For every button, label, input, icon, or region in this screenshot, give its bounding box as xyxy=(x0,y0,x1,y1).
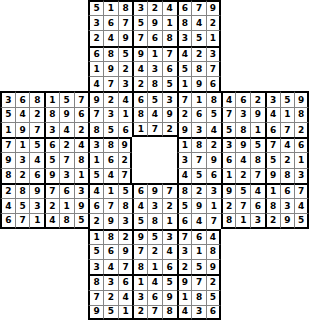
void-space xyxy=(74,15,89,30)
cell-r15c12[interactable]: 1 xyxy=(162,213,177,228)
cell-r9c5[interactable]: 4 xyxy=(59,122,74,137)
cell-r12c20[interactable]: 8 xyxy=(280,168,295,183)
cell-r8c18[interactable]: 9 xyxy=(250,107,265,122)
cell-r7c1[interactable]: 3 xyxy=(0,91,15,106)
cell-r13c11[interactable]: 9 xyxy=(147,183,162,198)
cell-r21c10[interactable]: 2 xyxy=(132,305,147,320)
cell-r14c12[interactable]: 2 xyxy=(162,198,177,213)
void-space xyxy=(221,290,236,305)
cell-r7c10[interactable]: 6 xyxy=(132,91,147,106)
cell-r11c13[interactable]: 3 xyxy=(177,152,192,167)
cell-r7c11[interactable]: 5 xyxy=(147,91,162,106)
cell-r20c10[interactable]: 3 xyxy=(132,290,147,305)
cell-r20c7[interactable]: 7 xyxy=(88,290,103,305)
cell-r10c20[interactable]: 4 xyxy=(280,137,295,152)
cell-r19c15[interactable]: 2 xyxy=(206,274,221,289)
cell-r1c15[interactable]: 9 xyxy=(206,0,221,15)
cell-r10c17[interactable]: 9 xyxy=(235,137,250,152)
void-space xyxy=(250,305,265,320)
cell-r18c7[interactable]: 3 xyxy=(88,259,103,274)
cell-r14c3[interactable]: 3 xyxy=(29,198,44,213)
cell-r7c8[interactable]: 2 xyxy=(103,91,118,106)
cell-r16c8[interactable]: 8 xyxy=(103,229,118,244)
cell-r8c13[interactable]: 2 xyxy=(177,107,192,122)
cell-r7c14[interactable]: 1 xyxy=(191,91,206,106)
cell-r5c15[interactable]: 7 xyxy=(206,61,221,76)
cell-r1c7[interactable]: 5 xyxy=(88,0,103,15)
cell-r2c8[interactable]: 6 xyxy=(103,15,118,30)
cell-r12c13[interactable]: 4 xyxy=(177,168,192,183)
cell-r7c12[interactable]: 3 xyxy=(162,91,177,106)
cell-r16c11[interactable]: 5 xyxy=(147,229,162,244)
cell-r21c13[interactable]: 4 xyxy=(177,305,192,320)
cell-r2c10[interactable]: 5 xyxy=(132,15,147,30)
cell-r10c7[interactable]: 3 xyxy=(88,137,103,152)
void-space xyxy=(59,30,74,45)
cell-r21c8[interactable]: 5 xyxy=(103,305,118,320)
cell-r9c9[interactable]: 6 xyxy=(118,122,133,137)
cell-r11c2[interactable]: 3 xyxy=(15,152,30,167)
cell-r14c18[interactable]: 6 xyxy=(250,198,265,213)
cell-r12c1[interactable]: 8 xyxy=(0,168,15,183)
cell-r18c13[interactable]: 2 xyxy=(177,259,192,274)
cell-r8c14[interactable]: 6 xyxy=(191,107,206,122)
cell-r11c6[interactable]: 8 xyxy=(74,152,89,167)
cell-r7c21[interactable]: 9 xyxy=(294,91,309,106)
cell-r11c1[interactable]: 9 xyxy=(0,152,15,167)
cell-r9c6[interactable]: 2 xyxy=(74,122,89,137)
cell-r14c16[interactable]: 2 xyxy=(221,198,236,213)
cell-r17c10[interactable]: 7 xyxy=(132,244,147,259)
cell-r9c14[interactable]: 3 xyxy=(191,122,206,137)
cell-r15c11[interactable]: 8 xyxy=(147,213,162,228)
cell-r15c20[interactable]: 9 xyxy=(280,213,295,228)
cell-r9c15[interactable]: 4 xyxy=(206,122,221,137)
cell-r6c14[interactable]: 9 xyxy=(191,76,206,91)
cell-r3c12[interactable]: 8 xyxy=(162,30,177,45)
cell-r7c6[interactable]: 7 xyxy=(74,91,89,106)
cell-r15c2[interactable]: 7 xyxy=(15,213,30,228)
cell-r9c13[interactable]: 9 xyxy=(177,122,192,137)
cell-r10c14[interactable]: 8 xyxy=(191,137,206,152)
cell-r18c12[interactable]: 6 xyxy=(162,259,177,274)
cell-r9c16[interactable]: 5 xyxy=(221,122,236,137)
cell-r6c13[interactable]: 1 xyxy=(177,76,192,91)
cell-r16c13[interactable]: 7 xyxy=(177,229,192,244)
cell-r11c15[interactable]: 9 xyxy=(206,152,221,167)
cell-r19c10[interactable]: 1 xyxy=(132,274,147,289)
cell-r3c9[interactable]: 9 xyxy=(118,30,133,45)
cell-r13c1[interactable]: 2 xyxy=(0,183,15,198)
cell-r21c12[interactable]: 8 xyxy=(162,305,177,320)
cell-r2c7[interactable]: 3 xyxy=(88,15,103,30)
cell-r11c9[interactable]: 2 xyxy=(118,152,133,167)
cell-r5c10[interactable]: 4 xyxy=(132,61,147,76)
cell-r7c3[interactable]: 8 xyxy=(29,91,44,106)
cell-r18c9[interactable]: 7 xyxy=(118,259,133,274)
cell-r15c6[interactable]: 5 xyxy=(74,213,89,228)
cell-r11c20[interactable]: 2 xyxy=(280,152,295,167)
cell-r13c4[interactable]: 7 xyxy=(44,183,59,198)
cell-r9c21[interactable]: 2 xyxy=(294,122,309,137)
cell-r19c7[interactable]: 8 xyxy=(88,274,103,289)
cell-r1c14[interactable]: 7 xyxy=(191,0,206,15)
void-space xyxy=(265,290,280,305)
cell-r4c11[interactable]: 1 xyxy=(147,46,162,61)
cell-r13c12[interactable]: 7 xyxy=(162,183,177,198)
cell-r8c5[interactable]: 9 xyxy=(59,107,74,122)
cell-r13c20[interactable]: 6 xyxy=(280,183,295,198)
cell-r13c19[interactable]: 1 xyxy=(265,183,280,198)
cell-r2c13[interactable]: 8 xyxy=(177,15,192,30)
cell-r3c11[interactable]: 6 xyxy=(147,30,162,45)
cell-r9c17[interactable]: 8 xyxy=(235,122,250,137)
cell-r19c12[interactable]: 5 xyxy=(162,274,177,289)
cell-r16c12[interactable]: 3 xyxy=(162,229,177,244)
cell-r13c7[interactable]: 4 xyxy=(88,183,103,198)
void-space xyxy=(74,244,89,259)
cell-r2c11[interactable]: 9 xyxy=(147,15,162,30)
cell-r12c18[interactable]: 7 xyxy=(250,168,265,183)
cell-r13c2[interactable]: 8 xyxy=(15,183,30,198)
cell-r6c8[interactable]: 7 xyxy=(103,76,118,91)
cell-r11c3[interactable]: 4 xyxy=(29,152,44,167)
cell-r7c7[interactable]: 9 xyxy=(88,91,103,106)
cell-r13c8[interactable]: 1 xyxy=(103,183,118,198)
cell-r13c13[interactable]: 8 xyxy=(177,183,192,198)
cell-r14c20[interactable]: 3 xyxy=(280,198,295,213)
cell-r11c17[interactable]: 4 xyxy=(235,152,250,167)
cell-r3c14[interactable]: 5 xyxy=(191,30,206,45)
cell-r12c8[interactable]: 4 xyxy=(103,168,118,183)
cell-r12c7[interactable]: 5 xyxy=(88,168,103,183)
cell-r7c9[interactable]: 4 xyxy=(118,91,133,106)
cell-r13c16[interactable]: 9 xyxy=(221,183,236,198)
cell-r18c15[interactable]: 9 xyxy=(206,259,221,274)
cell-r7c17[interactable]: 6 xyxy=(235,91,250,106)
cell-r10c2[interactable]: 1 xyxy=(15,137,30,152)
cell-r15c19[interactable]: 2 xyxy=(265,213,280,228)
cell-r10c8[interactable]: 8 xyxy=(103,137,118,152)
cell-r5c13[interactable]: 5 xyxy=(177,61,192,76)
cell-r12c17[interactable]: 2 xyxy=(235,168,250,183)
cell-r15c5[interactable]: 8 xyxy=(59,213,74,228)
cell-r21c7[interactable]: 9 xyxy=(88,305,103,320)
cell-r9c11[interactable]: 7 xyxy=(147,122,162,137)
cell-r11c21[interactable]: 1 xyxy=(294,152,309,167)
cell-r10c15[interactable]: 2 xyxy=(206,137,221,152)
cell-r9c4[interactable]: 3 xyxy=(44,122,59,137)
cell-r14c15[interactable]: 1 xyxy=(206,198,221,213)
cell-r12c6[interactable]: 1 xyxy=(74,168,89,183)
cell-r13c6[interactable]: 3 xyxy=(74,183,89,198)
cell-r18c14[interactable]: 5 xyxy=(191,259,206,274)
cell-r1c11[interactable]: 2 xyxy=(147,0,162,15)
cell-r20c15[interactable]: 5 xyxy=(206,290,221,305)
cell-r20c14[interactable]: 8 xyxy=(191,290,206,305)
cell-r7c13[interactable]: 7 xyxy=(177,91,192,106)
cell-r13c10[interactable]: 6 xyxy=(132,183,147,198)
cell-r14c13[interactable]: 5 xyxy=(177,198,192,213)
cell-r7c15[interactable]: 8 xyxy=(206,91,221,106)
cell-r17c11[interactable]: 2 xyxy=(147,244,162,259)
cell-r13c15[interactable]: 3 xyxy=(206,183,221,198)
cell-r10c5[interactable]: 2 xyxy=(59,137,74,152)
cell-r15c1[interactable]: 6 xyxy=(0,213,15,228)
cell-r15c10[interactable]: 5 xyxy=(132,213,147,228)
cell-r11c18[interactable]: 8 xyxy=(250,152,265,167)
cell-r20c8[interactable]: 2 xyxy=(103,290,118,305)
cell-r20c12[interactable]: 9 xyxy=(162,290,177,305)
cell-r17c7[interactable]: 5 xyxy=(88,244,103,259)
cell-r17c8[interactable]: 6 xyxy=(103,244,118,259)
cell-r16c9[interactable]: 2 xyxy=(118,229,133,244)
cell-r9c8[interactable]: 5 xyxy=(103,122,118,137)
cell-r7c4[interactable]: 1 xyxy=(44,91,59,106)
cell-r8c1[interactable]: 5 xyxy=(0,107,15,122)
cell-r6c10[interactable]: 2 xyxy=(132,76,147,91)
cell-r14c8[interactable]: 7 xyxy=(103,198,118,213)
cell-r15c21[interactable]: 5 xyxy=(294,213,309,228)
void-space xyxy=(294,30,309,45)
cell-r8c4[interactable]: 8 xyxy=(44,107,59,122)
cell-r15c9[interactable]: 3 xyxy=(118,213,133,228)
cell-r3c13[interactable]: 3 xyxy=(177,30,192,45)
cell-r4c10[interactable]: 9 xyxy=(132,46,147,61)
cell-r8c7[interactable]: 7 xyxy=(88,107,103,122)
cell-r12c2[interactable]: 2 xyxy=(15,168,30,183)
cell-r13c18[interactable]: 4 xyxy=(250,183,265,198)
cell-r5c9[interactable]: 2 xyxy=(118,61,133,76)
cell-r16c15[interactable]: 4 xyxy=(206,229,221,244)
cell-r8c21[interactable]: 8 xyxy=(294,107,309,122)
cell-r8c8[interactable]: 3 xyxy=(103,107,118,122)
cell-r10c4[interactable]: 6 xyxy=(44,137,59,152)
cell-r11c19[interactable]: 5 xyxy=(265,152,280,167)
cell-r6c15[interactable]: 6 xyxy=(206,76,221,91)
cell-r7c5[interactable]: 5 xyxy=(59,91,74,106)
cell-r8c12[interactable]: 9 xyxy=(162,107,177,122)
void-space xyxy=(280,0,295,15)
cell-r19c14[interactable]: 7 xyxy=(191,274,206,289)
cell-r1c8[interactable]: 1 xyxy=(103,0,118,15)
cell-r9c18[interactable]: 1 xyxy=(250,122,265,137)
cell-r8c20[interactable]: 1 xyxy=(280,107,295,122)
cell-r7c16[interactable]: 4 xyxy=(221,91,236,106)
cell-r15c15[interactable]: 7 xyxy=(206,213,221,228)
cell-r15c7[interactable]: 2 xyxy=(88,213,103,228)
cell-r12c16[interactable]: 1 xyxy=(221,168,236,183)
void-space xyxy=(44,229,59,244)
cell-r12c5[interactable]: 3 xyxy=(59,168,74,183)
cell-r8c15[interactable]: 5 xyxy=(206,107,221,122)
cell-r19c9[interactable]: 6 xyxy=(118,274,133,289)
cell-r8c3[interactable]: 2 xyxy=(29,107,44,122)
cell-r13c14[interactable]: 2 xyxy=(191,183,206,198)
cell-r14c21[interactable]: 4 xyxy=(294,198,309,213)
cell-r5c12[interactable]: 6 xyxy=(162,61,177,76)
cell-r12c3[interactable]: 6 xyxy=(29,168,44,183)
cell-r4c12[interactable]: 7 xyxy=(162,46,177,61)
cell-r8c9[interactable]: 1 xyxy=(118,107,133,122)
cell-r7c19[interactable]: 3 xyxy=(265,91,280,106)
cell-r15c18[interactable]: 3 xyxy=(250,213,265,228)
cell-r12c4[interactable]: 9 xyxy=(44,168,59,183)
cell-r4c13[interactable]: 4 xyxy=(177,46,192,61)
cell-r4c8[interactable]: 8 xyxy=(103,46,118,61)
cell-r12c15[interactable]: 6 xyxy=(206,168,221,183)
cell-r14c9[interactable]: 8 xyxy=(118,198,133,213)
cell-r1c9[interactable]: 8 xyxy=(118,0,133,15)
cell-r13c5[interactable]: 6 xyxy=(59,183,74,198)
cell-r11c14[interactable]: 7 xyxy=(191,152,206,167)
void-space xyxy=(221,274,236,289)
cell-r20c11[interactable]: 6 xyxy=(147,290,162,305)
cell-r9c3[interactable]: 7 xyxy=(29,122,44,137)
cell-r5c14[interactable]: 8 xyxy=(191,61,206,76)
cell-r19c13[interactable]: 9 xyxy=(177,274,192,289)
cell-r13c17[interactable]: 5 xyxy=(235,183,250,198)
cell-r12c9[interactable]: 7 xyxy=(118,168,133,183)
cell-r14c11[interactable]: 3 xyxy=(147,198,162,213)
cell-r10c13[interactable]: 1 xyxy=(177,137,192,152)
cell-r10c16[interactable]: 3 xyxy=(221,137,236,152)
cell-r15c17[interactable]: 1 xyxy=(235,213,250,228)
cell-r15c13[interactable]: 6 xyxy=(177,213,192,228)
cell-r10c3[interactable]: 5 xyxy=(29,137,44,152)
cell-r5c7[interactable]: 1 xyxy=(88,61,103,76)
cell-r19c11[interactable]: 4 xyxy=(147,274,162,289)
cell-r4c7[interactable]: 6 xyxy=(88,46,103,61)
cell-r4c14[interactable]: 2 xyxy=(191,46,206,61)
cell-r3c10[interactable]: 7 xyxy=(132,30,147,45)
cell-r14c4[interactable]: 2 xyxy=(44,198,59,213)
cell-r17c9[interactable]: 9 xyxy=(118,244,133,259)
cell-r2c14[interactable]: 4 xyxy=(191,15,206,30)
cell-r12c21[interactable]: 3 xyxy=(294,168,309,183)
cell-r8c2[interactable]: 4 xyxy=(15,107,30,122)
cell-r8c10[interactable]: 8 xyxy=(132,107,147,122)
cell-r10c9[interactable]: 9 xyxy=(118,137,133,152)
cell-r17c12[interactable]: 4 xyxy=(162,244,177,259)
cell-r7c18[interactable]: 2 xyxy=(250,91,265,106)
cell-r2c12[interactable]: 1 xyxy=(162,15,177,30)
void-space xyxy=(265,30,280,45)
cell-r1c10[interactable]: 3 xyxy=(132,0,147,15)
cell-r9c20[interactable]: 7 xyxy=(280,122,295,137)
cell-r6c9[interactable]: 3 xyxy=(118,76,133,91)
cell-r2c15[interactable]: 2 xyxy=(206,15,221,30)
cell-r6c12[interactable]: 5 xyxy=(162,76,177,91)
cell-r14c19[interactable]: 8 xyxy=(265,198,280,213)
cell-r18c8[interactable]: 4 xyxy=(103,259,118,274)
cell-r14c5[interactable]: 1 xyxy=(59,198,74,213)
cell-r11c7[interactable]: 1 xyxy=(88,152,103,167)
cell-r14c6[interactable]: 9 xyxy=(74,198,89,213)
cell-r14c10[interactable]: 4 xyxy=(132,198,147,213)
cell-r11c8[interactable]: 6 xyxy=(103,152,118,167)
cell-r5c11[interactable]: 3 xyxy=(147,61,162,76)
cell-r15c14[interactable]: 4 xyxy=(191,213,206,228)
cell-r14c14[interactable]: 9 xyxy=(191,198,206,213)
cell-r15c16[interactable]: 8 xyxy=(221,213,236,228)
cell-r5c8[interactable]: 9 xyxy=(103,61,118,76)
cell-r4c9[interactable]: 5 xyxy=(118,46,133,61)
cell-r8c11[interactable]: 4 xyxy=(147,107,162,122)
cell-r1c12[interactable]: 4 xyxy=(162,0,177,15)
cell-r16c10[interactable]: 9 xyxy=(132,229,147,244)
cell-r13c9[interactable]: 5 xyxy=(118,183,133,198)
cell-r11c16[interactable]: 6 xyxy=(221,152,236,167)
cell-r10c18[interactable]: 5 xyxy=(250,137,265,152)
cell-r6c7[interactable]: 4 xyxy=(88,76,103,91)
cell-r15c4[interactable]: 4 xyxy=(44,213,59,228)
cell-r13c21[interactable]: 7 xyxy=(294,183,309,198)
cell-r3c15[interactable]: 1 xyxy=(206,30,221,45)
cell-r8c6[interactable]: 6 xyxy=(74,107,89,122)
cell-r19c8[interactable]: 3 xyxy=(103,274,118,289)
cell-r12c19[interactable]: 9 xyxy=(265,168,280,183)
cell-r18c10[interactable]: 8 xyxy=(132,259,147,274)
cell-r21c11[interactable]: 7 xyxy=(147,305,162,320)
cell-r18c11[interactable]: 1 xyxy=(147,259,162,274)
cell-r2c9[interactable]: 7 xyxy=(118,15,133,30)
cell-r9c2[interactable]: 9 xyxy=(15,122,30,137)
cell-r21c9[interactable]: 1 xyxy=(118,305,133,320)
cell-r10c19[interactable]: 7 xyxy=(265,137,280,152)
cell-r20c9[interactable]: 4 xyxy=(118,290,133,305)
cell-r10c6[interactable]: 4 xyxy=(74,137,89,152)
cell-r14c1[interactable]: 4 xyxy=(0,198,15,213)
cell-r16c7[interactable]: 1 xyxy=(88,229,103,244)
cell-r1c13[interactable]: 6 xyxy=(177,0,192,15)
cell-r14c17[interactable]: 7 xyxy=(235,198,250,213)
cell-r8c17[interactable]: 3 xyxy=(235,107,250,122)
cell-r6c11[interactable]: 8 xyxy=(147,76,162,91)
cell-r7c20[interactable]: 5 xyxy=(280,91,295,106)
cell-r21c15[interactable]: 6 xyxy=(206,305,221,320)
cell-r15c3[interactable]: 1 xyxy=(29,213,44,228)
cell-r11c5[interactable]: 7 xyxy=(59,152,74,167)
cell-r7c2[interactable]: 6 xyxy=(15,91,30,106)
cell-r15c8[interactable]: 9 xyxy=(103,213,118,228)
cell-r9c19[interactable]: 6 xyxy=(265,122,280,137)
cell-r9c7[interactable]: 8 xyxy=(88,122,103,137)
cell-r4c15[interactable]: 3 xyxy=(206,46,221,61)
void-space xyxy=(294,61,309,76)
cell-r3c7[interactable]: 2 xyxy=(88,30,103,45)
cell-r17c13[interactable]: 3 xyxy=(177,244,192,259)
cell-r12c14[interactable]: 5 xyxy=(191,168,206,183)
cell-r14c2[interactable]: 5 xyxy=(15,198,30,213)
cell-r10c21[interactable]: 6 xyxy=(294,137,309,152)
cell-r17c14[interactable]: 1 xyxy=(191,244,206,259)
cell-r8c19[interactable]: 4 xyxy=(265,107,280,122)
cell-r8c16[interactable]: 7 xyxy=(221,107,236,122)
cell-r9c12[interactable]: 2 xyxy=(162,122,177,137)
cell-r10c1[interactable]: 7 xyxy=(0,137,15,152)
cell-r14c7[interactable]: 6 xyxy=(88,198,103,213)
cell-r21c14[interactable]: 3 xyxy=(191,305,206,320)
cell-r20c13[interactable]: 1 xyxy=(177,290,192,305)
cell-r9c10[interactable]: 1 xyxy=(132,122,147,137)
cell-r13c3[interactable]: 9 xyxy=(29,183,44,198)
cell-r16c14[interactable]: 6 xyxy=(191,229,206,244)
cell-r3c8[interactable]: 4 xyxy=(103,30,118,45)
cell-r17c15[interactable]: 8 xyxy=(206,244,221,259)
cell-r9c1[interactable]: 1 xyxy=(0,122,15,137)
cell-r11c4[interactable]: 5 xyxy=(44,152,59,167)
